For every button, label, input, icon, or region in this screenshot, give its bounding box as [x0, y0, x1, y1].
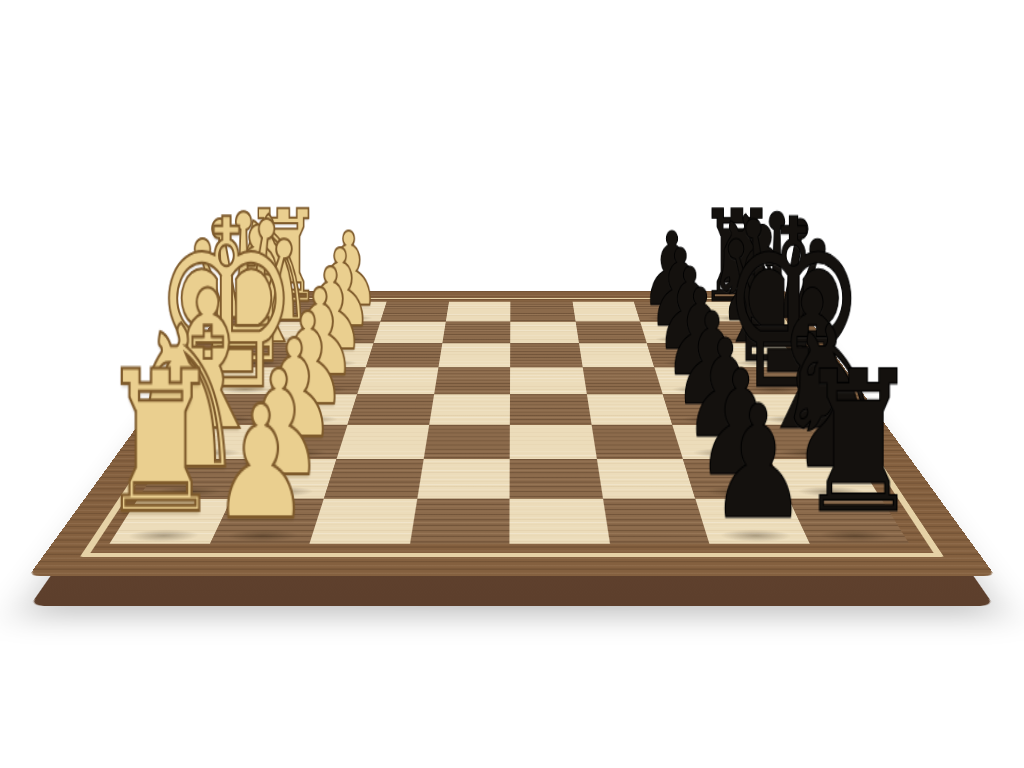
square-a6[interactable]	[572, 302, 640, 322]
square-h3[interactable]	[309, 498, 416, 543]
square-d4[interactable]	[434, 367, 510, 394]
square-f6[interactable]	[591, 425, 683, 459]
square-h8[interactable]: ♜	[788, 498, 909, 543]
square-g3[interactable]	[324, 459, 423, 498]
white-pawn[interactable]: ♟	[211, 385, 310, 541]
square-c4[interactable]	[438, 343, 510, 367]
square-a3[interactable]	[381, 302, 449, 322]
chess-board: ♜♟♟♜♞♟♟♞♝♟♟♝♛♟♟♛♚♟♟♚♝♟♟♝♞♟♟♞♜♟♟♜	[29, 291, 996, 576]
square-g4[interactable]	[417, 459, 510, 498]
white-rook[interactable]: ♜	[99, 346, 222, 541]
photo-scene: ♜♟♟♜♞♟♟♞♝♟♟♝♛♟♟♛♚♟♟♚♝♟♟♝♞♟♟♞♜♟♟♜	[0, 0, 1024, 768]
square-e3[interactable]	[348, 394, 434, 424]
square-b4[interactable]	[442, 321, 510, 343]
square-c3[interactable]	[366, 343, 442, 367]
board-field: ♜♟♟♜♞♟♟♞♝♟♟♝♛♟♟♛♚♟♟♚♝♟♟♝♞♟♟♞♜♟♟♜	[109, 302, 909, 544]
square-a5[interactable]	[510, 302, 575, 322]
square-g6[interactable]	[596, 459, 695, 498]
square-h4[interactable]	[409, 498, 509, 543]
square-c6[interactable]	[579, 343, 655, 367]
square-b3[interactable]	[374, 321, 446, 343]
square-d6[interactable]	[582, 367, 663, 394]
square-h5[interactable]	[509, 498, 609, 543]
square-e4[interactable]	[429, 394, 510, 424]
square-a4[interactable]	[445, 302, 510, 322]
square-f4[interactable]	[423, 425, 510, 459]
black-rook[interactable]: ♜	[796, 346, 919, 541]
square-e6[interactable]	[586, 394, 672, 424]
square-d3[interactable]	[357, 367, 438, 394]
black-pawn[interactable]: ♟	[709, 385, 808, 541]
square-b5[interactable]	[510, 321, 578, 343]
square-g5[interactable]	[510, 459, 603, 498]
square-c5[interactable]	[510, 343, 582, 367]
square-h2[interactable]: ♟	[209, 498, 324, 543]
square-h6[interactable]	[602, 498, 709, 543]
square-e5[interactable]	[510, 394, 591, 424]
square-b6[interactable]	[575, 321, 647, 343]
square-f5[interactable]	[510, 425, 597, 459]
square-d5[interactable]	[510, 367, 586, 394]
square-f3[interactable]	[337, 425, 429, 459]
square-h7[interactable]: ♟	[695, 498, 809, 543]
